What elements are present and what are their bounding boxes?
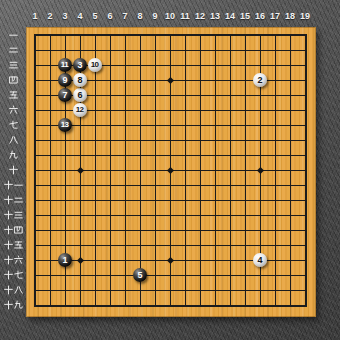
go-grid: 12345678910111213: [28, 28, 313, 313]
kanji-numeral-glyph: [4, 210, 13, 220]
col-label-14: 14: [222, 10, 238, 22]
kanji-numeral-glyph: [9, 135, 18, 145]
kanji-numeral-glyph: [4, 240, 13, 250]
kanji-numeral-glyph: [4, 225, 13, 235]
kanji-numeral-glyph: [9, 75, 18, 85]
col-label-13: 13: [207, 10, 223, 22]
col-label-5: 5: [87, 10, 103, 22]
move-number: 3: [77, 61, 82, 70]
row-label-3: [0, 58, 26, 72]
stone-white-12: 12: [73, 103, 87, 117]
kanji-numeral-glyph: [14, 300, 23, 310]
stone-black-7: 7: [58, 88, 72, 102]
star-point: [76, 256, 83, 263]
col-label-10: 10: [162, 10, 178, 22]
kanji-numeral-glyph: [9, 165, 18, 175]
kanji-numeral-glyph: [14, 210, 23, 220]
stone-black-5: 5: [133, 268, 147, 282]
move-number: 9: [62, 76, 67, 85]
row-label-4: [0, 73, 26, 87]
row-label-8: [0, 133, 26, 147]
col-label-6: 6: [102, 10, 118, 22]
stone-white-10: 10: [88, 58, 102, 72]
kanji-numeral-glyph: [9, 105, 18, 115]
move-number: 4: [257, 256, 262, 265]
move-number: 6: [77, 91, 82, 100]
row-label-5: [0, 88, 26, 102]
kanji-numeral-glyph: [9, 60, 18, 70]
row-label-15: [0, 238, 26, 252]
stone-white-2: 2: [253, 73, 267, 87]
row-label-1: [0, 28, 26, 42]
stone-black-13: 13: [58, 118, 72, 132]
stone-black-3: 3: [73, 58, 87, 72]
stone-black-9: 9: [58, 73, 72, 87]
col-label-7: 7: [117, 10, 133, 22]
col-label-4: 4: [72, 10, 88, 22]
kanji-numeral-glyph: [14, 180, 23, 190]
row-label-9: [0, 148, 26, 162]
kanji-numeral-glyph: [14, 240, 23, 250]
stone-white-4: 4: [253, 253, 267, 267]
col-label-8: 8: [132, 10, 148, 22]
row-label-16: [0, 253, 26, 267]
stone-white-6: 6: [73, 88, 87, 102]
star-point: [166, 76, 173, 83]
star-point: [166, 256, 173, 263]
move-number: 8: [77, 76, 82, 85]
go-board[interactable]: 12345678910111213: [26, 27, 316, 317]
kanji-numeral-glyph: [9, 45, 18, 55]
kanji-numeral-glyph: [4, 300, 13, 310]
kanji-numeral-glyph: [4, 255, 13, 265]
row-label-7: [0, 118, 26, 132]
kanji-numeral-glyph: [9, 90, 18, 100]
col-label-19: 19: [297, 10, 313, 22]
move-number: 7: [62, 91, 67, 100]
kanji-numeral-glyph: [14, 255, 23, 265]
kanji-numeral-glyph: [14, 270, 23, 280]
kanji-numeral-glyph: [4, 270, 13, 280]
move-number: 1: [62, 256, 67, 265]
col-label-1: 1: [27, 10, 43, 22]
stone-black-11: 11: [58, 58, 72, 72]
row-label-13: [0, 208, 26, 222]
row-label-19: [0, 298, 26, 312]
move-number: 5: [137, 271, 142, 280]
move-number: 12: [76, 106, 84, 114]
col-label-18: 18: [282, 10, 298, 22]
kanji-numeral-glyph: [4, 285, 13, 295]
kanji-numeral-glyph: [9, 150, 18, 160]
star-point: [76, 166, 83, 173]
row-label-6: [0, 103, 26, 117]
row-label-10: [0, 163, 26, 177]
go-diagram: 12345678910111213141516171819 1234567891…: [0, 0, 340, 340]
col-label-15: 15: [237, 10, 253, 22]
row-label-2: [0, 43, 26, 57]
col-label-12: 12: [192, 10, 208, 22]
col-label-16: 16: [252, 10, 268, 22]
stone-white-8: 8: [73, 73, 87, 87]
row-label-18: [0, 283, 26, 297]
move-number: 13: [61, 121, 69, 129]
row-label-12: [0, 193, 26, 207]
row-label-14: [0, 223, 26, 237]
row-label-11: [0, 178, 26, 192]
star-point: [166, 166, 173, 173]
kanji-numeral-glyph: [9, 120, 18, 130]
kanji-numeral-glyph: [14, 195, 23, 205]
move-number: 2: [257, 76, 262, 85]
col-label-9: 9: [147, 10, 163, 22]
kanji-numeral-glyph: [9, 30, 18, 40]
kanji-numeral-glyph: [4, 195, 13, 205]
col-label-2: 2: [42, 10, 58, 22]
col-label-3: 3: [57, 10, 73, 22]
stone-black-1: 1: [58, 253, 72, 267]
col-label-11: 11: [177, 10, 193, 22]
col-label-17: 17: [267, 10, 283, 22]
move-number: 11: [61, 61, 68, 69]
kanji-numeral-glyph: [4, 180, 13, 190]
star-point: [256, 166, 263, 173]
kanji-numeral-glyph: [14, 225, 23, 235]
kanji-numeral-glyph: [14, 285, 23, 295]
move-number: 10: [91, 61, 99, 69]
row-label-17: [0, 268, 26, 282]
